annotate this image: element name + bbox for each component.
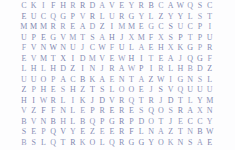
- grid-cell[interactable]: H: [48, 64, 58, 75]
- grid-cell[interactable]: H: [127, 54, 137, 65]
- grid-cell[interactable]: S: [97, 85, 107, 96]
- grid-cell[interactable]: M: [205, 96, 215, 107]
- grid-cell[interactable]: E: [48, 85, 58, 96]
- grid-cell[interactable]: T: [78, 33, 88, 44]
- grid-cell[interactable]: V: [97, 54, 107, 65]
- grid-cell[interactable]: F: [107, 43, 117, 54]
- grid-cell[interactable]: F: [48, 1, 58, 12]
- grid-cell[interactable]: K: [29, 1, 39, 12]
- grid-cell[interactable]: J: [87, 96, 97, 107]
- grid-cell[interactable]: R: [146, 96, 156, 107]
- grid-cell[interactable]: Y: [166, 12, 176, 23]
- grid-cell[interactable]: Q: [146, 106, 156, 117]
- grid-cell[interactable]: H: [58, 1, 68, 12]
- grid-cell[interactable]: A: [97, 33, 107, 44]
- grid-cell[interactable]: B: [48, 117, 58, 128]
- grid-cell[interactable]: M: [117, 22, 127, 33]
- grid-cell[interactable]: I: [68, 54, 78, 65]
- grid-cell[interactable]: Z: [87, 127, 97, 138]
- grid-cell[interactable]: D: [87, 22, 97, 33]
- grid-cell[interactable]: Z: [205, 64, 215, 75]
- grid-cell[interactable]: W: [39, 96, 49, 107]
- grid-cell[interactable]: L: [146, 12, 156, 23]
- grid-cell[interactable]: E: [29, 127, 39, 138]
- grid-cell[interactable]: P: [68, 12, 78, 23]
- grid-cell[interactable]: E: [97, 127, 107, 138]
- grid-cell[interactable]: E: [127, 106, 137, 117]
- grid-cell[interactable]: E: [39, 33, 49, 44]
- grid-cell[interactable]: C: [185, 117, 195, 128]
- grid-cell[interactable]: S: [166, 22, 176, 33]
- grid-cell[interactable]: J: [146, 85, 156, 96]
- grid-cell[interactable]: N: [39, 43, 49, 54]
- grid-cell[interactable]: R: [117, 96, 127, 107]
- grid-cell[interactable]: X: [195, 106, 205, 117]
- grid-cell[interactable]: A: [156, 127, 166, 138]
- grid-cell[interactable]: N: [58, 43, 68, 54]
- grid-cell[interactable]: L: [205, 75, 215, 86]
- grid-cell[interactable]: I: [78, 64, 88, 75]
- grid-cell[interactable]: E: [156, 54, 166, 65]
- grid-cell[interactable]: R: [48, 22, 58, 33]
- grid-cell[interactable]: B: [195, 127, 205, 138]
- grid-cell[interactable]: Z: [78, 85, 88, 96]
- grid-cell[interactable]: E: [19, 54, 29, 65]
- grid-cell[interactable]: A: [136, 75, 146, 86]
- grid-cell[interactable]: I: [107, 22, 117, 33]
- grid-cell[interactable]: E: [68, 22, 78, 33]
- grid-cell[interactable]: M: [68, 33, 78, 44]
- grid-cell[interactable]: O: [146, 117, 156, 128]
- grid-cell[interactable]: T: [48, 54, 58, 65]
- grid-cell[interactable]: L: [107, 85, 117, 96]
- grid-cell[interactable]: A: [58, 75, 68, 86]
- grid-cell[interactable]: L: [185, 12, 195, 23]
- grid-cell[interactable]: P: [195, 22, 205, 33]
- grid-cell[interactable]: I: [68, 96, 78, 107]
- grid-cell[interactable]: L: [166, 64, 176, 75]
- grid-cell[interactable]: D: [78, 54, 88, 65]
- grid-cell[interactable]: L: [39, 138, 49, 149]
- grid-cell[interactable]: S: [136, 106, 146, 117]
- grid-cell[interactable]: I: [205, 22, 215, 33]
- grid-cell[interactable]: Q: [107, 138, 117, 149]
- grid-cell[interactable]: U: [29, 12, 39, 23]
- grid-cell[interactable]: N: [176, 138, 186, 149]
- grid-cell[interactable]: J: [78, 43, 88, 54]
- grid-cell[interactable]: G: [176, 75, 186, 86]
- grid-cell[interactable]: E: [136, 22, 146, 33]
- grid-cell[interactable]: P: [29, 85, 39, 96]
- grid-cell[interactable]: Q: [185, 54, 195, 65]
- grid-cell[interactable]: S: [166, 106, 176, 117]
- grid-cell[interactable]: N: [87, 64, 97, 75]
- grid-cell[interactable]: J: [166, 117, 176, 128]
- grid-cell[interactable]: Q: [48, 127, 58, 138]
- grid-cell[interactable]: U: [19, 33, 29, 44]
- grid-cell[interactable]: O: [117, 85, 127, 96]
- grid-cell[interactable]: R: [68, 138, 78, 149]
- grid-cell[interactable]: Y: [127, 1, 137, 12]
- grid-cell[interactable]: R: [78, 1, 88, 12]
- grid-cell[interactable]: B: [78, 117, 88, 128]
- grid-cell[interactable]: X: [58, 54, 68, 65]
- grid-cell[interactable]: D: [87, 1, 97, 12]
- grid-cell[interactable]: S: [19, 127, 29, 138]
- grid-cell[interactable]: U: [185, 85, 195, 96]
- grid-cell[interactable]: G: [107, 117, 117, 128]
- grid-cell[interactable]: A: [136, 43, 146, 54]
- word-search-board: CKIFHRRDAVEYRBCAWQSCEUCQGPVRLURGYLZYYLST…: [19, 1, 215, 148]
- grid-cell[interactable]: P: [195, 33, 205, 44]
- grid-cell[interactable]: K: [176, 43, 186, 54]
- grid-cell[interactable]: O: [156, 106, 166, 117]
- grid-cell[interactable]: I: [39, 1, 49, 12]
- grid-cell[interactable]: N: [39, 117, 49, 128]
- grid-cell[interactable]: J: [117, 33, 127, 44]
- grid-cell[interactable]: G: [136, 138, 146, 149]
- grid-cell[interactable]: E: [107, 106, 117, 117]
- grid-cell[interactable]: A: [97, 1, 107, 12]
- grid-cell[interactable]: I: [146, 64, 156, 75]
- grid-cell[interactable]: W: [97, 43, 107, 54]
- grid-cell[interactable]: M: [39, 54, 49, 65]
- grid-cell[interactable]: U: [68, 43, 78, 54]
- grid-cell[interactable]: O: [87, 138, 97, 149]
- grid-cell[interactable]: E: [117, 1, 127, 12]
- grid-cell[interactable]: V: [29, 54, 39, 65]
- grid-cell[interactable]: V: [29, 117, 39, 128]
- grid-cell[interactable]: C: [19, 1, 29, 12]
- grid-cell[interactable]: L: [185, 96, 195, 107]
- grid-cell[interactable]: Q: [127, 96, 137, 107]
- grid-cell[interactable]: H: [156, 43, 166, 54]
- grid-cell[interactable]: S: [195, 1, 205, 12]
- grid-cell[interactable]: W: [117, 54, 127, 65]
- grid-cell[interactable]: B: [146, 1, 156, 12]
- grid-cell[interactable]: T: [176, 96, 186, 107]
- grid-cell[interactable]: U: [205, 85, 215, 96]
- grid-cell[interactable]: H: [19, 96, 29, 107]
- grid-cell[interactable]: K: [166, 138, 176, 149]
- grid-cell[interactable]: U: [176, 22, 186, 33]
- grid-cell[interactable]: R: [205, 43, 215, 54]
- grid-cell[interactable]: J: [176, 54, 186, 65]
- grid-cell[interactable]: W: [205, 127, 215, 138]
- grid-cell[interactable]: U: [19, 75, 29, 86]
- grid-cell[interactable]: N: [146, 127, 156, 138]
- grid-cell[interactable]: O: [156, 138, 166, 149]
- grid-cell[interactable]: E: [78, 127, 88, 138]
- grid-cell[interactable]: P: [136, 64, 146, 75]
- grid-cell[interactable]: Q: [185, 1, 195, 12]
- grid-cell[interactable]: R: [136, 1, 146, 12]
- grid-cell[interactable]: T: [87, 85, 97, 96]
- grid-cell[interactable]: N: [185, 127, 195, 138]
- grid-cell[interactable]: C: [156, 1, 166, 12]
- grid-cell[interactable]: O: [39, 75, 49, 86]
- grid-cell[interactable]: J: [97, 64, 107, 75]
- grid-cell[interactable]: S: [195, 12, 205, 23]
- grid-cell[interactable]: T: [176, 127, 186, 138]
- grid-cell[interactable]: P: [39, 127, 49, 138]
- grid-cell[interactable]: E: [136, 85, 146, 96]
- grid-cell[interactable]: A: [97, 75, 107, 86]
- grid-cell[interactable]: C: [156, 22, 166, 33]
- grid-cell[interactable]: Y: [68, 127, 78, 138]
- grid-cell[interactable]: A: [195, 138, 205, 149]
- grid-cell[interactable]: N: [58, 106, 68, 117]
- grid-cell[interactable]: Y: [146, 138, 156, 149]
- grid-cell[interactable]: P: [127, 117, 137, 128]
- grid-cell[interactable]: P: [176, 33, 186, 44]
- grid-cell[interactable]: Q: [48, 138, 58, 149]
- grid-cell[interactable]: W: [127, 64, 137, 75]
- grid-cell[interactable]: B: [19, 138, 29, 149]
- grid-cell[interactable]: R: [58, 22, 68, 33]
- grid-cell[interactable]: I: [136, 54, 146, 65]
- grid-cell[interactable]: Z: [29, 106, 39, 117]
- grid-cell[interactable]: G: [48, 33, 58, 44]
- grid-cell[interactable]: Z: [166, 127, 176, 138]
- grid-cell[interactable]: K: [78, 138, 88, 149]
- grid-cell[interactable]: S: [185, 138, 195, 149]
- grid-cell[interactable]: P: [48, 75, 58, 86]
- grid-cell[interactable]: Z: [146, 75, 156, 86]
- grid-cell[interactable]: Q: [87, 117, 97, 128]
- grid-cell[interactable]: A: [166, 54, 176, 65]
- grid-cell[interactable]: X: [166, 43, 176, 54]
- grid-cell[interactable]: R: [176, 106, 186, 117]
- grid-cell[interactable]: U: [195, 85, 205, 96]
- grid-cell[interactable]: F: [146, 33, 156, 44]
- grid-cell[interactable]: R: [117, 106, 127, 117]
- grid-cell[interactable]: W: [48, 43, 58, 54]
- grid-cell[interactable]: Y: [136, 12, 146, 23]
- grid-cell[interactable]: C: [205, 1, 215, 12]
- grid-cell[interactable]: F: [205, 54, 215, 65]
- grid-cell[interactable]: C: [185, 22, 195, 33]
- grid-cell[interactable]: L: [68, 117, 78, 128]
- grid-cell[interactable]: H: [68, 85, 78, 96]
- grid-cell[interactable]: T: [127, 75, 137, 86]
- grid-cell[interactable]: V: [58, 127, 68, 138]
- grid-cell[interactable]: F: [39, 106, 49, 117]
- grid-cell[interactable]: I: [166, 75, 176, 86]
- grid-cell[interactable]: T: [205, 12, 215, 23]
- grid-cell[interactable]: U: [29, 75, 39, 86]
- grid-cell[interactable]: L: [68, 106, 78, 117]
- grid-cell[interactable]: L: [127, 43, 137, 54]
- grid-cell[interactable]: S: [58, 85, 68, 96]
- grid-cell[interactable]: N: [185, 75, 195, 86]
- grid-cell[interactable]: C: [39, 12, 49, 23]
- grid-cell[interactable]: T: [136, 96, 146, 107]
- grid-cell[interactable]: Q: [48, 12, 58, 23]
- grid-cell[interactable]: T: [185, 33, 195, 44]
- grid-cell[interactable]: G: [146, 22, 156, 33]
- grid-cell[interactable]: P: [29, 33, 39, 44]
- grid-cell[interactable]: F: [127, 127, 137, 138]
- grid-cell[interactable]: M: [39, 22, 49, 33]
- grid-cell[interactable]: L: [39, 64, 49, 75]
- grid-cell[interactable]: L: [19, 64, 29, 75]
- grid-cell[interactable]: T: [146, 54, 156, 65]
- grid-cell[interactable]: O: [127, 85, 137, 96]
- grid-cell[interactable]: D: [97, 96, 107, 107]
- grid-cell[interactable]: M: [136, 33, 146, 44]
- grid-cell[interactable]: G: [195, 54, 205, 65]
- grid-cell[interactable]: I: [29, 96, 39, 107]
- grid-cell[interactable]: F: [19, 43, 29, 54]
- grid-cell[interactable]: U: [107, 12, 117, 23]
- grid-cell[interactable]: R: [107, 64, 117, 75]
- grid-cell[interactable]: A: [185, 106, 195, 117]
- grid-cell[interactable]: Y: [195, 96, 205, 107]
- grid-cell[interactable]: T: [58, 138, 68, 149]
- grid-cell[interactable]: G: [185, 43, 195, 54]
- grid-cell[interactable]: D: [166, 96, 176, 107]
- grid-cell[interactable]: Z: [156, 12, 166, 23]
- grid-cell[interactable]: E: [107, 127, 117, 138]
- grid-cell[interactable]: L: [97, 138, 107, 149]
- grid-cell[interactable]: A: [166, 1, 176, 12]
- grid-cell[interactable]: P: [195, 43, 205, 54]
- grid-cell[interactable]: N: [117, 75, 127, 86]
- grid-cell[interactable]: S: [156, 85, 166, 96]
- grid-cell[interactable]: E: [107, 54, 117, 65]
- grid-cell[interactable]: E: [176, 117, 186, 128]
- grid-cell[interactable]: H: [29, 64, 39, 75]
- grid-cell[interactable]: V: [107, 96, 117, 107]
- grid-cell[interactable]: G: [58, 12, 68, 23]
- grid-cell[interactable]: Z: [68, 64, 78, 75]
- grid-cell[interactable]: A: [117, 64, 127, 75]
- grid-cell[interactable]: D: [136, 117, 146, 128]
- grid-cell[interactable]: R: [68, 1, 78, 12]
- grid-cell[interactable]: L: [58, 96, 68, 107]
- grid-cell[interactable]: F: [48, 106, 58, 117]
- grid-cell[interactable]: W: [156, 75, 166, 86]
- grid-cell[interactable]: U: [205, 33, 215, 44]
- grid-cell[interactable]: V: [107, 1, 117, 12]
- grid-cell[interactable]: H: [39, 85, 49, 96]
- grid-cell[interactable]: R: [87, 12, 97, 23]
- grid-cell[interactable]: R: [156, 64, 166, 75]
- grid-cell[interactable]: G: [127, 138, 137, 149]
- grid-cell[interactable]: N: [205, 106, 215, 117]
- grid-cell[interactable]: Z: [19, 85, 29, 96]
- grid-cell[interactable]: R: [97, 106, 107, 117]
- grid-cell[interactable]: H: [107, 33, 117, 44]
- grid-cell[interactable]: E: [78, 106, 88, 117]
- grid-cell[interactable]: S: [87, 33, 97, 44]
- grid-cell[interactable]: M: [19, 22, 29, 33]
- grid-cell[interactable]: P: [87, 106, 97, 117]
- grid-cell[interactable]: B: [185, 64, 195, 75]
- grid-cell[interactable]: G: [127, 12, 137, 23]
- grid-cell[interactable]: V: [78, 12, 88, 23]
- grid-cell[interactable]: P: [97, 117, 107, 128]
- grid-cell[interactable]: D: [58, 64, 68, 75]
- grid-cell[interactable]: Y: [205, 117, 215, 128]
- grid-cell[interactable]: B: [19, 117, 29, 128]
- grid-cell[interactable]: C: [68, 75, 78, 86]
- grid-cell[interactable]: X: [127, 33, 137, 44]
- grid-cell[interactable]: V: [29, 43, 39, 54]
- grid-cell[interactable]: L: [136, 127, 146, 138]
- grid-cell[interactable]: E: [146, 43, 156, 54]
- grid-cell[interactable]: J: [156, 96, 166, 107]
- grid-cell[interactable]: W: [176, 1, 186, 12]
- grid-cell[interactable]: K: [87, 75, 97, 86]
- grid-cell[interactable]: B: [78, 75, 88, 86]
- grid-cell[interactable]: R: [117, 117, 127, 128]
- grid-cell[interactable]: E: [205, 138, 215, 149]
- grid-cell[interactable]: E: [19, 12, 29, 23]
- grid-cell[interactable]: E: [107, 75, 117, 86]
- grid-cell[interactable]: R: [117, 12, 127, 23]
- grid-cell[interactable]: S: [29, 138, 39, 149]
- grid-cell[interactable]: R: [117, 127, 127, 138]
- grid-cell[interactable]: U: [117, 43, 127, 54]
- grid-cell[interactable]: D: [195, 64, 205, 75]
- grid-cell[interactable]: R: [117, 138, 127, 149]
- grid-cell[interactable]: C: [195, 117, 205, 128]
- grid-cell[interactable]: L: [97, 12, 107, 23]
- grid-cell[interactable]: S: [166, 33, 176, 44]
- grid-cell[interactable]: S: [195, 75, 205, 86]
- grid-cell[interactable]: H: [176, 64, 186, 75]
- grid-cell[interactable]: T: [156, 117, 166, 128]
- grid-cell[interactable]: V: [166, 85, 176, 96]
- grid-cell[interactable]: C: [87, 43, 97, 54]
- grid-cell[interactable]: R: [48, 96, 58, 107]
- grid-cell[interactable]: M: [127, 22, 137, 33]
- grid-cell[interactable]: H: [58, 117, 68, 128]
- grid-cell[interactable]: M: [29, 22, 39, 33]
- grid-cell[interactable]: V: [58, 33, 68, 44]
- grid-cell[interactable]: Z: [97, 22, 107, 33]
- grid-cell[interactable]: K: [78, 96, 88, 107]
- grid-cell[interactable]: Q: [176, 85, 186, 96]
- grid-cell[interactable]: M: [87, 54, 97, 65]
- grid-cell[interactable]: Y: [176, 12, 186, 23]
- grid-cell[interactable]: A: [78, 22, 88, 33]
- grid-cell[interactable]: X: [156, 33, 166, 44]
- grid-cell[interactable]: V: [19, 106, 29, 117]
